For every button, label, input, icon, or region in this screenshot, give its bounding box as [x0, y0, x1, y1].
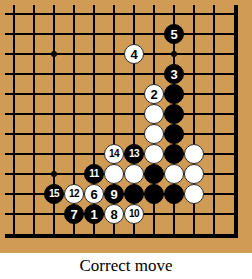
move-number: 7 [70, 208, 77, 221]
stone-black [124, 184, 144, 204]
grid-line-h [5, 133, 238, 135]
stone-black-11: 11 [84, 164, 104, 184]
stone-white-10: 10 [124, 204, 144, 224]
move-number: 11 [89, 169, 98, 179]
stone-white [164, 164, 184, 184]
star-point [51, 171, 57, 177]
go-diagram: 543214131115126971810 Correct move [0, 0, 252, 279]
stone-white [184, 164, 204, 184]
stone-black [164, 84, 184, 104]
move-number: 9 [110, 188, 117, 201]
stone-white [104, 164, 124, 184]
stone-white-8: 8 [104, 204, 124, 224]
grid-line-h [5, 73, 238, 75]
grid-line-v [213, 5, 215, 238]
stone-black [144, 164, 164, 184]
grid-line-h [5, 13, 238, 15]
grid-line-h [5, 53, 238, 55]
stone-black-3: 3 [164, 64, 184, 84]
stone-black [164, 104, 184, 124]
grid-line-h [5, 93, 238, 95]
stone-white [124, 164, 144, 184]
stone-white-14: 14 [104, 144, 124, 164]
stone-black [164, 124, 184, 144]
move-number: 15 [49, 189, 59, 199]
star-point [171, 51, 177, 57]
stone-white [184, 144, 204, 164]
go-board: 543214131115126971810 [0, 0, 252, 253]
stone-black-9: 9 [104, 184, 124, 204]
stone-black-1: 1 [84, 204, 104, 224]
stone-white-2: 2 [144, 84, 164, 104]
move-number: 5 [170, 28, 177, 41]
grid-line-h [5, 113, 238, 115]
stone-white [144, 144, 164, 164]
stone-black [164, 184, 184, 204]
move-number: 13 [129, 149, 139, 159]
stone-white-4: 4 [124, 44, 144, 64]
move-number: 12 [69, 189, 79, 199]
grid-line-v [33, 5, 35, 238]
stone-black [144, 184, 164, 204]
move-number: 1 [90, 208, 97, 221]
grid-line-h [5, 33, 238, 35]
stone-black-13: 13 [124, 144, 144, 164]
move-number: 4 [130, 48, 137, 61]
star-point [51, 51, 57, 57]
stone-white-12: 12 [64, 184, 84, 204]
grid-line-v [13, 5, 15, 238]
move-number: 3 [170, 68, 177, 81]
stone-black [164, 144, 184, 164]
board-edge-bottom [5, 234, 238, 238]
stone-black-15: 15 [44, 184, 64, 204]
move-number: 14 [109, 149, 119, 159]
stone-white-6: 6 [84, 184, 104, 204]
move-number: 8 [110, 208, 117, 221]
stone-white [144, 104, 164, 124]
caption: Correct move [80, 256, 173, 276]
move-number: 2 [150, 88, 157, 101]
stone-black-5: 5 [164, 24, 184, 44]
move-number: 10 [129, 209, 139, 219]
stone-white [144, 124, 164, 144]
caption-band: Correct move [0, 253, 252, 279]
stone-white [184, 184, 204, 204]
move-number: 6 [90, 188, 97, 201]
stone-black-7: 7 [64, 204, 84, 224]
board-edge-right [234, 5, 238, 238]
